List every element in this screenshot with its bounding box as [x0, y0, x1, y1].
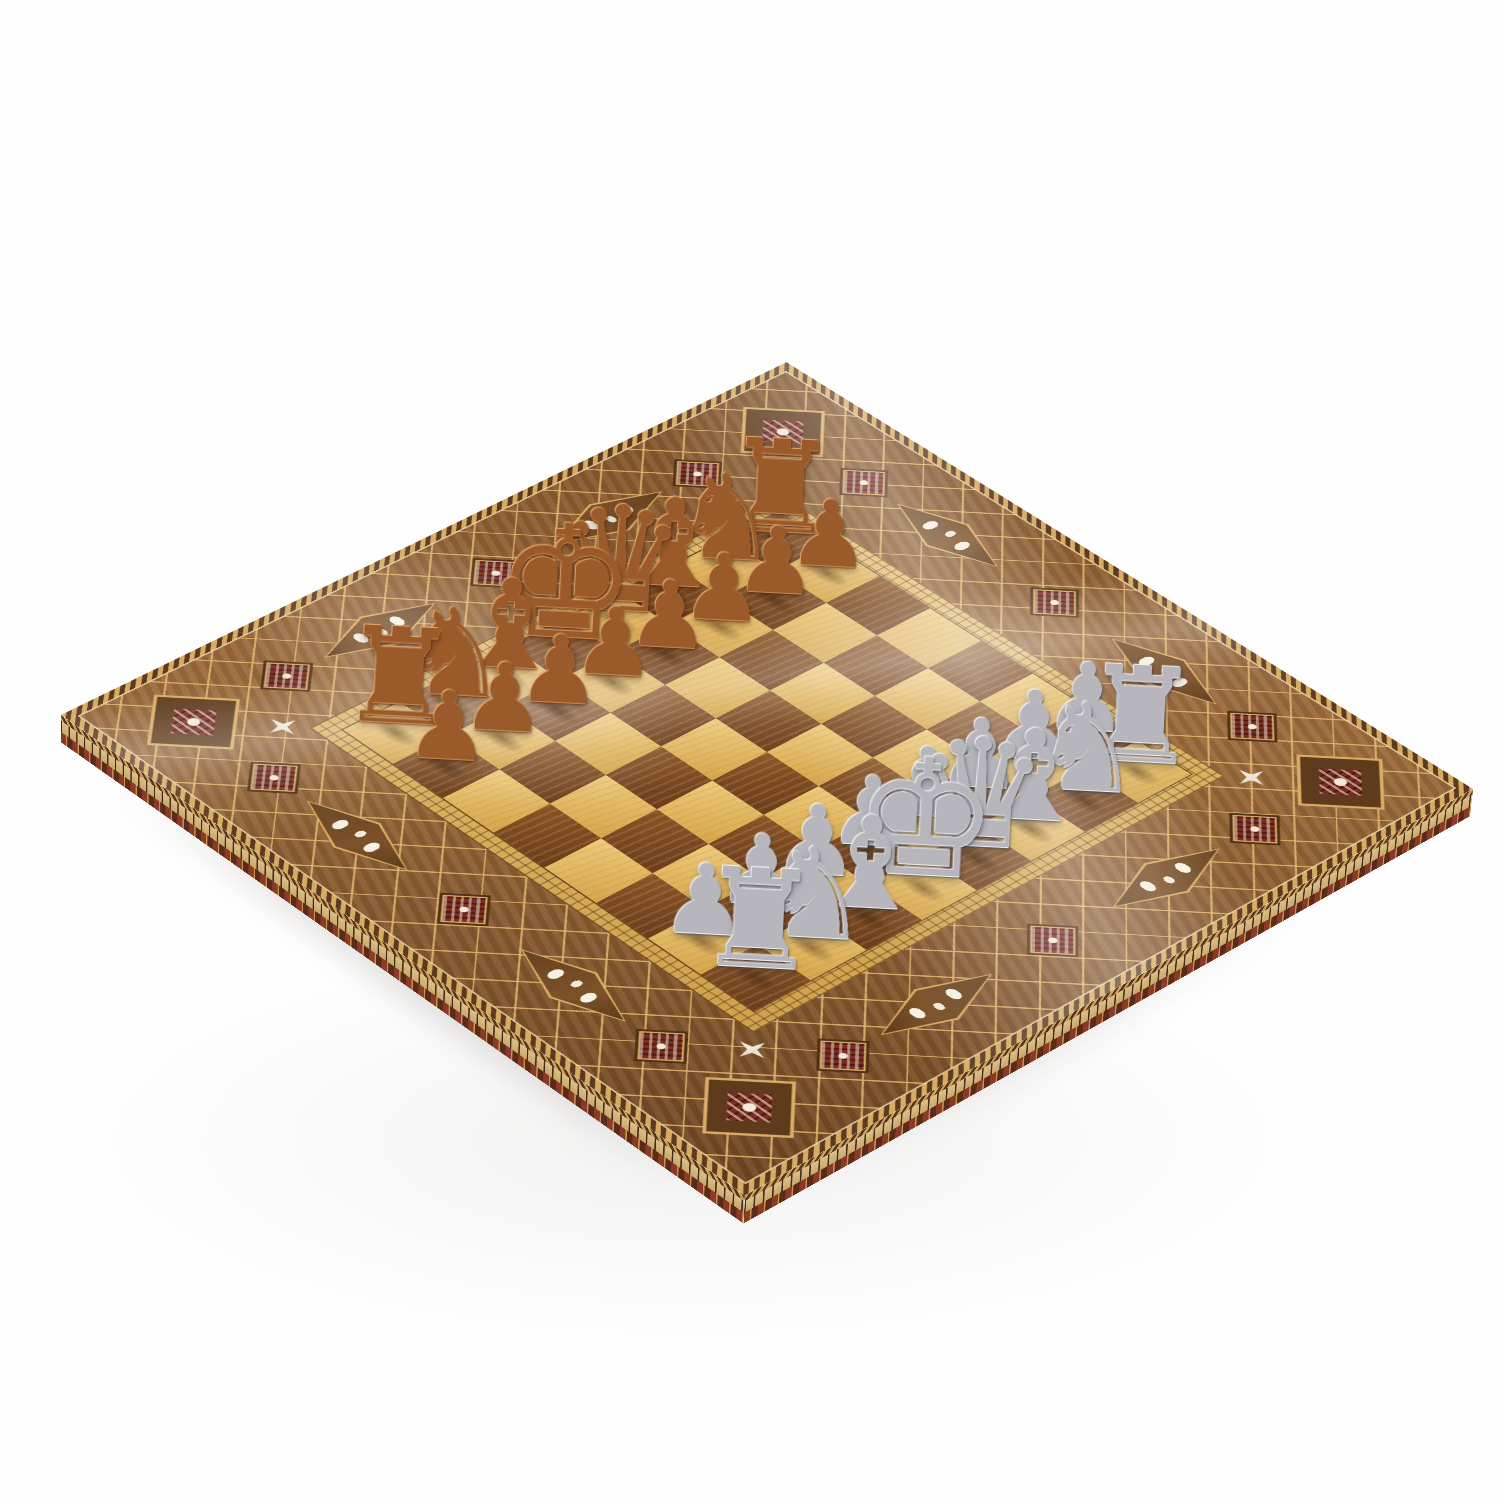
mosaic-rosette [1234, 816, 1275, 842]
pearl-lozenge [1090, 834, 1242, 922]
mosaic-rosette [822, 1042, 865, 1070]
board-top-face: ♜♞♝♛♚♝♞♜♟♟♟♟♟♟♟♟♟♟♟♟♟♟♟♟♜♞♝♛♚♝♞♜ [61, 362, 1473, 1195]
mosaic-rosette [266, 664, 309, 689]
copper-p-glyph: ♟ [404, 677, 494, 776]
pearl-star-inlay [727, 1034, 777, 1065]
scene: ♜♞♝♛♚♝♞♜♟♟♟♟♟♟♟♟♟♟♟♟♟♟♟♟♜♞♝♛♚♝♞♜ [0, 0, 1500, 1500]
mosaic-rosette [442, 896, 485, 923]
mosaic-rosette [844, 471, 883, 495]
pearl-lozenge [497, 937, 649, 1035]
camera-tilt: ♜♞♝♛♚♝♞♜♟♟♟♟♟♟♟♟♟♟♟♟♟♟♟♟♜♞♝♛♚♝♞♜ [0, 0, 1500, 1500]
mosaic-rosette [639, 1032, 682, 1060]
pearl-lozenge [283, 789, 431, 883]
mosaic-rosette [1032, 927, 1073, 954]
chess-set-product-photo: ♜♞♝♛♚♝♞♜♟♟♟♟♟♟♟♟♟♟♟♟♟♟♟♟♜♞♝♛♚♝♞♜ [0, 0, 1500, 1500]
pearl-lozenge [858, 959, 1014, 1050]
pearl-star-inlay [259, 713, 307, 741]
silver-r-glyph: ♜ [694, 847, 823, 990]
mosaic-rosette [252, 765, 295, 791]
mosaic-rosette [1232, 714, 1272, 739]
chess-board: ♜♞♝♛♚♝♞♜♟♟♟♟♟♟♟♟♟♟♟♟♟♟♟♟♜♞♝♛♚♝♞♜ [61, 362, 1473, 1195]
mosaic-rosette [1035, 590, 1074, 614]
mosaic-rosette [475, 561, 516, 585]
mosaic-rosette [678, 462, 718, 486]
